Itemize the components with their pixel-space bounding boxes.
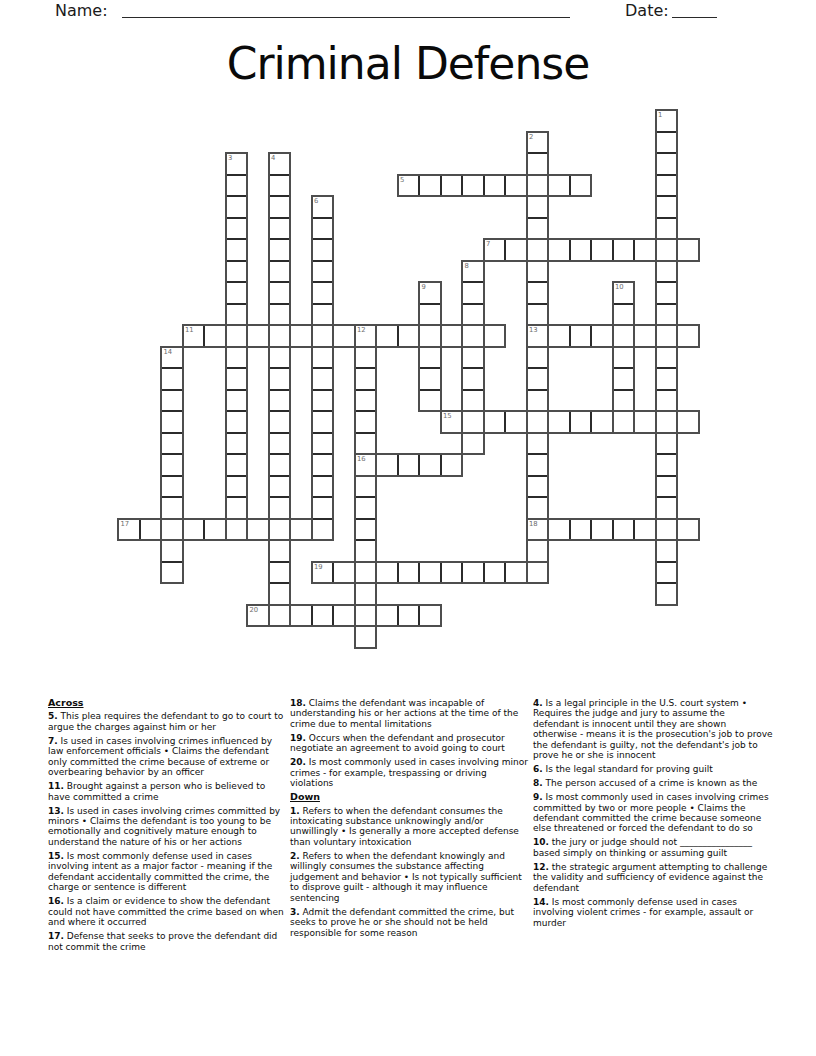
grid-cell-r13-c5[interactable] — [226, 390, 248, 412]
grid-cell-r22-c7[interactable] — [269, 583, 291, 605]
grid-cell-r12-c19[interactable] — [527, 368, 549, 390]
grid-cell-r23-c8[interactable] — [290, 605, 312, 627]
date-label: Date: — [625, 1, 669, 20]
grid-cell-r17-c9[interactable] — [312, 476, 334, 498]
grid-cell-r13-c25[interactable] — [656, 390, 678, 412]
grid-cell-r20-c2[interactable] — [161, 540, 183, 562]
grid-cell-r15-c11[interactable] — [355, 433, 377, 455]
cell-number-3: 3 — [228, 155, 232, 162]
grid-cell-r8-c19[interactable] — [527, 282, 549, 304]
grid-cell-r6-c26[interactable] — [677, 239, 699, 261]
cell-number-14: 14 — [164, 349, 173, 356]
grid-cell-r20-c19[interactable] — [527, 540, 549, 562]
grid-cell-r19-c25[interactable] — [656, 519, 678, 541]
grid-cell-r6-c5[interactable] — [226, 239, 248, 261]
grid-cell-r13-c19[interactable] — [527, 390, 549, 412]
grid-cell-r17-c2[interactable] — [161, 476, 183, 498]
grid-cell-r2-c19[interactable] — [527, 153, 549, 175]
cell-number-15: 15 — [443, 413, 452, 420]
grid-cell-r4-c9[interactable]: 6 — [312, 196, 334, 218]
grid-cell-r9-c16[interactable] — [462, 304, 484, 326]
grid-cell-r11-c25[interactable] — [656, 347, 678, 369]
grid-cell-r12-c23[interactable] — [613, 368, 635, 390]
grid-cell-r23-c14[interactable] — [419, 605, 441, 627]
grid-cell-r19-c7[interactable] — [269, 519, 291, 541]
grid-cell-r16-c14[interactable] — [419, 454, 441, 476]
grid-cell-r18-c25[interactable] — [656, 497, 678, 519]
cell-number-20: 20 — [250, 607, 259, 614]
clue-across-16: 16. Is a claim or evidence to show the d… — [48, 896, 288, 927]
grid-cell-r0-c25[interactable]: 1 — [656, 110, 678, 132]
grid-cell-r10-c20[interactable] — [548, 325, 570, 347]
grid-cell-r14-c11[interactable] — [355, 411, 377, 433]
grid-cell-r3-c13[interactable]: 5 — [398, 175, 420, 197]
grid-cell-r6-c7[interactable] — [269, 239, 291, 261]
grid-cell-r13-c14[interactable] — [419, 390, 441, 412]
grid-cell-r19-c8[interactable] — [290, 519, 312, 541]
grid-cell-r14-c23[interactable] — [613, 411, 635, 433]
grid-cell-r10-c23[interactable] — [613, 325, 635, 347]
grid-cell-r18-c7[interactable] — [269, 497, 291, 519]
grid-cell-r16-c9[interactable] — [312, 454, 334, 476]
grid-cell-r11-c5[interactable] — [226, 347, 248, 369]
grid-cell-r14-c15[interactable]: 15 — [441, 411, 463, 433]
grid-cell-r7-c25[interactable] — [656, 261, 678, 283]
grid-cell-r14-c24[interactable] — [634, 411, 656, 433]
grid-cell-r11-c9[interactable] — [312, 347, 334, 369]
grid-cell-r14-c21[interactable] — [570, 411, 592, 433]
grid-cell-r6-c22[interactable] — [591, 239, 613, 261]
grid-cell-r3-c17[interactable] — [484, 175, 506, 197]
grid-cell-r1-c25[interactable] — [656, 132, 678, 154]
grid-cell-r10-c24[interactable] — [634, 325, 656, 347]
grid-cell-r17-c25[interactable] — [656, 476, 678, 498]
clue-across-15: 15. Is most commonly defense used in cas… — [48, 851, 288, 893]
grid-cell-r3-c15[interactable] — [441, 175, 463, 197]
grid-cell-r23-c6[interactable]: 20 — [247, 605, 269, 627]
grid-cell-r5-c9[interactable] — [312, 218, 334, 240]
grid-cell-r14-c2[interactable] — [161, 411, 183, 433]
grid-cell-r10-c6[interactable] — [247, 325, 269, 347]
grid-cell-r19-c22[interactable] — [591, 519, 613, 541]
grid-cell-r14-c25[interactable] — [656, 411, 678, 433]
grid-cell-r21-c13[interactable] — [398, 562, 420, 584]
grid-cell-r19-c11[interactable] — [355, 519, 377, 541]
grid-cell-r8-c16[interactable] — [462, 282, 484, 304]
grid-cell-r17-c7[interactable] — [269, 476, 291, 498]
grid-cell-r19-c21[interactable] — [570, 519, 592, 541]
grid-cell-r9-c14[interactable] — [419, 304, 441, 326]
grid-cell-r9-c9[interactable] — [312, 304, 334, 326]
grid-cell-r18-c11[interactable] — [355, 497, 377, 519]
cell-number-9: 9 — [422, 284, 426, 291]
grid-cell-r11-c23[interactable] — [613, 347, 635, 369]
grid-cell-r21-c9[interactable]: 19 — [312, 562, 334, 584]
grid-cell-r20-c25[interactable] — [656, 540, 678, 562]
grid-cell-r18-c5[interactable] — [226, 497, 248, 519]
grid-cell-r10-c14[interactable] — [419, 325, 441, 347]
cell-number-11: 11 — [185, 327, 194, 334]
grid-cell-r14-c17[interactable] — [484, 411, 506, 433]
grid-cell-r19-c2[interactable] — [161, 519, 183, 541]
clue-down-9: 9. Is most commonly used in cases involv… — [533, 792, 773, 834]
grid-cell-r4-c25[interactable] — [656, 196, 678, 218]
grid-cell-r11-c2[interactable]: 14 — [161, 347, 183, 369]
clue-column-3: 4. Is a legal principle in the U.S. cour… — [533, 698, 773, 932]
grid-cell-r21-c10[interactable] — [333, 562, 355, 584]
grid-cell-r3-c5[interactable] — [226, 175, 248, 197]
grid-cell-r19-c20[interactable] — [548, 519, 570, 541]
grid-cell-r9-c7[interactable] — [269, 304, 291, 326]
name-label: Name: — [55, 1, 108, 20]
grid-cell-r19-c26[interactable] — [677, 519, 699, 541]
grid-cell-r23-c13[interactable] — [398, 605, 420, 627]
grid-cell-r19-c9[interactable] — [312, 519, 334, 541]
grid-cell-r21-c25[interactable] — [656, 562, 678, 584]
grid-cell-r16-c19[interactable] — [527, 454, 549, 476]
name-entry-line[interactable] — [122, 17, 570, 18]
grid-cell-r13-c9[interactable] — [312, 390, 334, 412]
cell-number-18: 18 — [529, 521, 538, 528]
grid-cell-r12-c25[interactable] — [656, 368, 678, 390]
clue-column-1: Across5. This plea requires the defendan… — [48, 698, 288, 955]
grid-cell-r21-c19[interactable] — [527, 562, 549, 584]
cell-number-2: 2 — [529, 134, 533, 141]
cell-number-5: 5 — [400, 177, 404, 184]
grid-cell-r13-c11[interactable] — [355, 390, 377, 412]
grid-cell-r2-c5[interactable]: 3 — [226, 153, 248, 175]
grid-cell-r19-c0[interactable]: 17 — [118, 519, 140, 541]
grid-cell-r23-c10[interactable] — [333, 605, 355, 627]
grid-cell-r24-c11[interactable] — [355, 626, 377, 648]
clue-across-13: 13. Is used in cases involving crimes co… — [48, 806, 288, 848]
grid-cell-r12-c11[interactable] — [355, 368, 377, 390]
grid-cell-r10-c21[interactable] — [570, 325, 592, 347]
grid-cell-r19-c3[interactable] — [183, 519, 205, 541]
clue-down-8: 8. The person accused of a crime is know… — [533, 778, 773, 788]
grid-cell-r8-c7[interactable] — [269, 282, 291, 304]
grid-cell-r21-c15[interactable] — [441, 562, 463, 584]
clue-down-4: 4. Is a legal principle in the U.S. cour… — [533, 698, 773, 761]
grid-cell-r3-c7[interactable] — [269, 175, 291, 197]
grid-cell-r6-c25[interactable] — [656, 239, 678, 261]
grid-cell-r10-c25[interactable] — [656, 325, 678, 347]
grid-cell-r18-c2[interactable] — [161, 497, 183, 519]
grid-cell-r6-c24[interactable] — [634, 239, 656, 261]
grid-cell-r5-c19[interactable] — [527, 218, 549, 240]
grid-cell-r7-c16[interactable]: 8 — [462, 261, 484, 283]
cell-number-13: 13 — [529, 327, 538, 334]
grid-cell-r2-c25[interactable] — [656, 153, 678, 175]
grid-cell-r6-c9[interactable] — [312, 239, 334, 261]
grid-cell-r13-c23[interactable] — [613, 390, 635, 412]
grid-cell-r14-c22[interactable] — [591, 411, 613, 433]
grid-cell-r11-c14[interactable] — [419, 347, 441, 369]
grid-cell-r3-c19[interactable] — [527, 175, 549, 197]
grid-cell-r21-c2[interactable] — [161, 562, 183, 584]
grid-cell-r21-c11[interactable] — [355, 562, 377, 584]
grid-cell-r15-c25[interactable] — [656, 433, 678, 455]
grid-cell-r10-c16[interactable] — [462, 325, 484, 347]
cell-number-10: 10 — [615, 284, 624, 291]
grid-cell-r9-c23[interactable] — [613, 304, 635, 326]
grid-cell-r10-c4[interactable] — [204, 325, 226, 347]
grid-cell-r10-c17[interactable] — [484, 325, 506, 347]
grid-cell-r10-c12[interactable] — [376, 325, 398, 347]
grid-cell-r21-c17[interactable] — [484, 562, 506, 584]
grid-cell-r6-c17[interactable]: 7 — [484, 239, 506, 261]
grid-cell-r5-c7[interactable] — [269, 218, 291, 240]
grid-cell-r15-c19[interactable] — [527, 433, 549, 455]
grid-cell-r15-c16[interactable] — [462, 433, 484, 455]
grid-cell-r10-c5[interactable] — [226, 325, 248, 347]
grid-cell-r22-c11[interactable] — [355, 583, 377, 605]
grid-cell-r11-c19[interactable] — [527, 347, 549, 369]
grid-cell-r15-c2[interactable] — [161, 433, 183, 455]
grid-cell-r13-c7[interactable] — [269, 390, 291, 412]
grid-cell-r9-c25[interactable] — [656, 304, 678, 326]
grid-cell-r17-c19[interactable] — [527, 476, 549, 498]
grid-cell-r4-c7[interactable] — [269, 196, 291, 218]
grid-cell-r7-c9[interactable] — [312, 261, 334, 283]
grid-cell-r19-c23[interactable] — [613, 519, 635, 541]
cell-number-4: 4 — [271, 155, 275, 162]
grid-cell-r8-c23[interactable]: 10 — [613, 282, 635, 304]
grid-cell-r9-c19[interactable] — [527, 304, 549, 326]
grid-cell-r19-c6[interactable] — [247, 519, 269, 541]
grid-cell-r21-c12[interactable] — [376, 562, 398, 584]
grid-cell-r6-c20[interactable] — [548, 239, 570, 261]
grid-cell-r12-c2[interactable] — [161, 368, 183, 390]
grid-cell-r23-c11[interactable] — [355, 605, 377, 627]
grid-cell-r20-c7[interactable] — [269, 540, 291, 562]
cell-number-19: 19 — [314, 564, 323, 571]
grid-cell-r21-c18[interactable] — [505, 562, 527, 584]
grid-cell-r22-c25[interactable] — [656, 583, 678, 605]
clue-across-19: 19. Occurs when the defendant and prosec… — [290, 733, 530, 754]
grid-cell-r16-c25[interactable] — [656, 454, 678, 476]
grid-cell-r13-c16[interactable] — [462, 390, 484, 412]
clue-column-2: 18. Claims the defendant was incapable o… — [290, 698, 530, 942]
grid-cell-r23-c7[interactable] — [269, 605, 291, 627]
clue-down-14: 14. Is most commonly defense used in cas… — [533, 897, 773, 928]
grid-cell-r16-c2[interactable] — [161, 454, 183, 476]
cell-number-6: 6 — [314, 198, 318, 205]
page-title: Criminal Defense — [0, 38, 816, 89]
grid-cell-r10-c10[interactable] — [333, 325, 355, 347]
grid-cell-r17-c11[interactable] — [355, 476, 377, 498]
grid-cell-r21-c14[interactable] — [419, 562, 441, 584]
cell-number-1: 1 — [658, 112, 662, 119]
grid-cell-r14-c7[interactable] — [269, 411, 291, 433]
grid-cell-r15-c5[interactable] — [226, 433, 248, 455]
clue-down-6: 6. Is the legal standard for proving gui… — [533, 764, 773, 774]
grid-cell-r14-c16[interactable] — [462, 411, 484, 433]
grid-cell-r10-c19[interactable]: 13 — [527, 325, 549, 347]
grid-cell-r11-c11[interactable] — [355, 347, 377, 369]
grid-cell-r16-c12[interactable] — [376, 454, 398, 476]
grid-cell-r5-c25[interactable] — [656, 218, 678, 240]
grid-cell-r15-c9[interactable] — [312, 433, 334, 455]
grid-cell-r10-c15[interactable] — [441, 325, 463, 347]
grid-cell-r7-c5[interactable] — [226, 261, 248, 283]
clue-across-20: 20. Is most commonly used in cases invol… — [290, 757, 530, 788]
grid-cell-r21-c7[interactable] — [269, 562, 291, 584]
grid-cell-r23-c9[interactable] — [312, 605, 334, 627]
grid-cell-r14-c18[interactable] — [505, 411, 527, 433]
grid-cell-r3-c21[interactable] — [570, 175, 592, 197]
grid-cell-r13-c2[interactable] — [161, 390, 183, 412]
grid-cell-r3-c18[interactable] — [505, 175, 527, 197]
cell-number-8: 8 — [465, 263, 469, 270]
cell-number-16: 16 — [357, 456, 366, 463]
cell-number-17: 17 — [121, 521, 130, 528]
grid-cell-r3-c20[interactable] — [548, 175, 570, 197]
clue-across-7: 7. Is used in cases involving crimes inf… — [48, 736, 288, 778]
across-header: Across — [48, 698, 288, 708]
grid-cell-r12-c16[interactable] — [462, 368, 484, 390]
grid-cell-r14-c20[interactable] — [548, 411, 570, 433]
clue-down-12: 12. the strategic argument attempting to… — [533, 862, 773, 893]
grid-cell-r10-c26[interactable] — [677, 325, 699, 347]
grid-cell-r19-c5[interactable] — [226, 519, 248, 541]
grid-cell-r19-c19[interactable]: 18 — [527, 519, 549, 541]
grid-cell-r16-c7[interactable] — [269, 454, 291, 476]
grid-cell-r14-c9[interactable] — [312, 411, 334, 433]
grid-cell-r10-c13[interactable] — [398, 325, 420, 347]
grid-cell-r8-c9[interactable] — [312, 282, 334, 304]
grid-cell-r12-c9[interactable] — [312, 368, 334, 390]
clue-down-10: 10. the jury or judge should not _______… — [533, 837, 773, 858]
grid-cell-r9-c5[interactable] — [226, 304, 248, 326]
grid-cell-r10-c22[interactable] — [591, 325, 613, 347]
grid-cell-r15-c7[interactable] — [269, 433, 291, 455]
grid-cell-r8-c25[interactable] — [656, 282, 678, 304]
crossword-grid: 1213183456789101112161415171920 — [118, 110, 699, 648]
clue-across-17: 17. Defense that seeks to prove the defe… — [48, 931, 288, 952]
grid-cell-r10-c7[interactable] — [269, 325, 291, 347]
grid-cell-r6-c18[interactable] — [505, 239, 527, 261]
grid-cell-r20-c11[interactable] — [355, 540, 377, 562]
grid-cell-r16-c15[interactable] — [441, 454, 463, 476]
grid-cell-r14-c26[interactable] — [677, 411, 699, 433]
grid-cell-r14-c19[interactable] — [527, 411, 549, 433]
grid-cell-r6-c19[interactable] — [527, 239, 549, 261]
grid-cell-r21-c16[interactable] — [462, 562, 484, 584]
clue-down-3: 3. Admit the defendant committed the cri… — [290, 907, 530, 938]
grid-cell-r8-c5[interactable] — [226, 282, 248, 304]
grid-cell-r18-c19[interactable] — [527, 497, 549, 519]
grid-cell-r16-c13[interactable] — [398, 454, 420, 476]
grid-cell-r4-c19[interactable] — [527, 196, 549, 218]
clue-across-18: 18. Claims the defendant was incapable o… — [290, 698, 530, 729]
cell-number-7: 7 — [486, 241, 490, 248]
grid-cell-r10-c3[interactable]: 11 — [183, 325, 205, 347]
grid-cell-r11-c16[interactable] — [462, 347, 484, 369]
grid-cell-r19-c4[interactable] — [204, 519, 226, 541]
grid-cell-r6-c23[interactable] — [613, 239, 635, 261]
grid-cell-r7-c19[interactable] — [527, 261, 549, 283]
grid-cell-r16-c5[interactable] — [226, 454, 248, 476]
grid-cell-r11-c7[interactable] — [269, 347, 291, 369]
grid-cell-r18-c9[interactable] — [312, 497, 334, 519]
grid-cell-r3-c25[interactable] — [656, 175, 678, 197]
grid-cell-r6-c21[interactable] — [570, 239, 592, 261]
grid-cell-r3-c16[interactable] — [462, 175, 484, 197]
grid-cell-r12-c7[interactable] — [269, 368, 291, 390]
grid-cell-r7-c7[interactable] — [269, 261, 291, 283]
grid-cell-r1-c19[interactable]: 2 — [527, 132, 549, 154]
grid-cell-r10-c8[interactable] — [290, 325, 312, 347]
grid-cell-r19-c24[interactable] — [634, 519, 656, 541]
grid-cell-r17-c5[interactable] — [226, 476, 248, 498]
grid-cell-r3-c14[interactable] — [419, 175, 441, 197]
clue-across-5: 5. This plea requires the defendant to g… — [48, 711, 288, 732]
clue-down-1: 1. Refers to when the defendant consumes… — [290, 806, 530, 848]
grid-cell-r4-c5[interactable] — [226, 196, 248, 218]
grid-cell-r23-c12[interactable] — [376, 605, 398, 627]
clue-across-11: 11. Brought against a person who is beli… — [48, 781, 288, 802]
grid-cell-r5-c5[interactable] — [226, 218, 248, 240]
grid-cell-r14-c5[interactable] — [226, 411, 248, 433]
grid-cell-r2-c7[interactable]: 4 — [269, 153, 291, 175]
grid-cell-r12-c14[interactable] — [419, 368, 441, 390]
grid-cell-r16-c11[interactable]: 16 — [355, 454, 377, 476]
down-header: Down — [290, 792, 530, 802]
grid-cell-r12-c5[interactable] — [226, 368, 248, 390]
grid-cell-r10-c11[interactable]: 12 — [355, 325, 377, 347]
grid-cell-r8-c14[interactable]: 9 — [419, 282, 441, 304]
grid-cell-r10-c9[interactable] — [312, 325, 334, 347]
grid-cell-r19-c1[interactable] — [140, 519, 162, 541]
cell-number-12: 12 — [357, 327, 366, 334]
clue-down-2: 2. Refers to when the defendant knowingl… — [290, 851, 530, 903]
date-entry-line[interactable] — [672, 17, 717, 18]
